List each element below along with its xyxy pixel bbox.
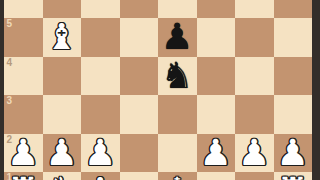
piece-white-pawn[interactable]: ♟ [277,134,309,173]
square-d2[interactable] [120,134,159,173]
square-f2[interactable]: ♟ [197,134,236,173]
square-h4[interactable] [274,57,313,96]
square-d1[interactable] [120,172,159,180]
piece-white-rook[interactable]: ♜ [7,172,39,180]
square-c2[interactable]: ♟ [81,134,120,173]
square-b5[interactable]: ♝ [43,18,82,57]
piece-white-pawn[interactable]: ♟ [46,134,78,173]
square-c4[interactable] [81,57,120,96]
square-d6[interactable] [120,0,159,18]
square-e4[interactable]: ♞ [158,57,197,96]
rank-label-2: 2 [7,134,13,145]
piece-white-bishop[interactable]: ♝ [46,18,78,57]
square-e5[interactable]: ♟ [158,18,197,57]
piece-white-knight[interactable]: ♞ [46,172,78,180]
square-a2[interactable]: 2♟ [4,134,43,173]
square-h5[interactable] [274,18,313,57]
piece-white-pawn[interactable]: ♟ [238,134,270,173]
square-f6[interactable] [197,0,236,18]
piece-black-pawn[interactable]: ♟ [161,18,193,57]
square-g5[interactable] [235,18,274,57]
piece-white-pawn[interactable]: ♟ [84,134,116,173]
square-b4[interactable] [43,57,82,96]
square-c1[interactable]: ♝ [81,172,120,180]
square-f4[interactable] [197,57,236,96]
square-h3[interactable] [274,95,313,134]
square-f1[interactable] [197,172,236,180]
rank-label-3: 3 [7,95,13,106]
square-h2[interactable]: ♟ [274,134,313,173]
square-b6[interactable] [43,0,82,18]
square-d3[interactable] [120,95,159,134]
square-b1[interactable]: ♞ [43,172,82,180]
chess-board: 5♝♟4♞32♟♟♟♟♟♟1♜♞♝♚♜ [4,0,312,180]
square-c3[interactable] [81,95,120,134]
piece-white-bishop[interactable]: ♝ [84,172,116,180]
square-a1[interactable]: 1♜ [4,172,43,180]
square-d4[interactable] [120,57,159,96]
rank-label-4: 4 [7,57,13,68]
square-a3[interactable]: 3 [4,95,43,134]
rank-label-1: 1 [7,172,13,180]
piece-white-rook[interactable]: ♜ [277,172,309,180]
square-e6[interactable] [158,0,197,18]
square-e2[interactable] [158,134,197,173]
square-b3[interactable] [43,95,82,134]
square-a4[interactable]: 4 [4,57,43,96]
piece-white-pawn[interactable]: ♟ [7,134,39,173]
square-g6[interactable] [235,0,274,18]
square-h1[interactable]: ♜ [274,172,313,180]
piece-black-knight[interactable]: ♞ [161,57,193,96]
square-c5[interactable] [81,18,120,57]
square-g4[interactable] [235,57,274,96]
square-f5[interactable] [197,18,236,57]
square-g1[interactable] [235,172,274,180]
square-c6[interactable] [81,0,120,18]
square-e3[interactable] [158,95,197,134]
square-g3[interactable] [235,95,274,134]
piece-white-king[interactable]: ♚ [161,172,193,180]
square-g2[interactable]: ♟ [235,134,274,173]
square-a6[interactable] [4,0,43,18]
square-d5[interactable] [120,18,159,57]
chess-board-viewport: 5♝♟4♞32♟♟♟♟♟♟1♜♞♝♚♜ [0,0,320,180]
rank-label-5: 5 [7,18,13,29]
square-a5[interactable]: 5 [4,18,43,57]
square-e1[interactable]: ♚ [158,172,197,180]
square-f3[interactable] [197,95,236,134]
piece-white-pawn[interactable]: ♟ [200,134,232,173]
square-h6[interactable] [274,0,313,18]
square-b2[interactable]: ♟ [43,134,82,173]
